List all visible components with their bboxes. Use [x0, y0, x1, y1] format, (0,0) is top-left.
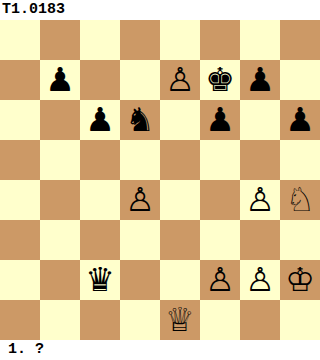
square-b7[interactable]: ♟: [40, 60, 80, 100]
square-f7[interactable]: ♚: [200, 60, 240, 100]
white-king: ♔: [285, 260, 315, 300]
white-pawn: ♙: [165, 60, 195, 100]
black-pawn: ♟: [205, 100, 235, 140]
square-f3[interactable]: [200, 220, 240, 260]
square-b1[interactable]: [40, 300, 80, 340]
square-c1[interactable]: [80, 300, 120, 340]
puzzle-id: T1.0183: [2, 0, 65, 20]
square-g3[interactable]: [240, 220, 280, 260]
white-queen: ♕: [165, 300, 195, 340]
black-pawn: ♟: [285, 100, 315, 140]
square-f1[interactable]: [200, 300, 240, 340]
square-e3[interactable]: [160, 220, 200, 260]
square-d8[interactable]: [120, 20, 160, 60]
square-a1[interactable]: [0, 300, 40, 340]
square-e6[interactable]: [160, 100, 200, 140]
square-h6[interactable]: ♟: [280, 100, 320, 140]
square-a4[interactable]: [0, 180, 40, 220]
black-knight: ♞: [125, 100, 155, 140]
square-e4[interactable]: [160, 180, 200, 220]
square-a3[interactable]: [0, 220, 40, 260]
white-pawn: ♙: [205, 260, 235, 300]
white-pawn: ♙: [245, 260, 275, 300]
square-h4[interactable]: ♘: [280, 180, 320, 220]
move-prompt: 1. ?: [8, 340, 44, 360]
square-d7[interactable]: [120, 60, 160, 100]
black-king: ♚: [205, 60, 235, 100]
square-g5[interactable]: [240, 140, 280, 180]
black-pawn: ♟: [245, 60, 275, 100]
square-e5[interactable]: [160, 140, 200, 180]
black-pawn: ♟: [85, 100, 115, 140]
chess-board: ♟♙♚♟♟♞♟♟♙♙♘♛♙♙♔♕: [0, 20, 320, 340]
square-c2[interactable]: ♛: [80, 260, 120, 300]
square-e7[interactable]: ♙: [160, 60, 200, 100]
square-e2[interactable]: [160, 260, 200, 300]
square-a5[interactable]: [0, 140, 40, 180]
square-g1[interactable]: [240, 300, 280, 340]
black-pawn: ♟: [45, 60, 75, 100]
square-a2[interactable]: [0, 260, 40, 300]
white-pawn: ♙: [245, 180, 275, 220]
square-f8[interactable]: [200, 20, 240, 60]
square-f6[interactable]: ♟: [200, 100, 240, 140]
square-b3[interactable]: [40, 220, 80, 260]
square-e1[interactable]: ♕: [160, 300, 200, 340]
square-f2[interactable]: ♙: [200, 260, 240, 300]
square-c8[interactable]: [80, 20, 120, 60]
square-g8[interactable]: [240, 20, 280, 60]
square-b5[interactable]: [40, 140, 80, 180]
square-b4[interactable]: [40, 180, 80, 220]
square-a6[interactable]: [0, 100, 40, 140]
status-bar: 1. ?: [0, 340, 320, 360]
square-a7[interactable]: [0, 60, 40, 100]
square-g2[interactable]: ♙: [240, 260, 280, 300]
white-pawn: ♙: [125, 180, 155, 220]
square-h5[interactable]: [280, 140, 320, 180]
square-c4[interactable]: [80, 180, 120, 220]
white-knight: ♘: [285, 180, 315, 220]
square-c7[interactable]: [80, 60, 120, 100]
square-c5[interactable]: [80, 140, 120, 180]
square-c3[interactable]: [80, 220, 120, 260]
title-bar: T1.0183: [0, 0, 320, 20]
square-d4[interactable]: ♙: [120, 180, 160, 220]
square-h3[interactable]: [280, 220, 320, 260]
square-d3[interactable]: [120, 220, 160, 260]
square-g7[interactable]: ♟: [240, 60, 280, 100]
square-f4[interactable]: [200, 180, 240, 220]
square-h7[interactable]: [280, 60, 320, 100]
square-h1[interactable]: [280, 300, 320, 340]
square-g4[interactable]: ♙: [240, 180, 280, 220]
square-h8[interactable]: [280, 20, 320, 60]
puzzle-page: T1.0183 ♟♙♚♟♟♞♟♟♙♙♘♛♙♙♔♕ 1. ?: [0, 0, 320, 360]
square-d2[interactable]: [120, 260, 160, 300]
square-d5[interactable]: [120, 140, 160, 180]
square-d6[interactable]: ♞: [120, 100, 160, 140]
square-d1[interactable]: [120, 300, 160, 340]
square-h2[interactable]: ♔: [280, 260, 320, 300]
square-g6[interactable]: [240, 100, 280, 140]
square-e8[interactable]: [160, 20, 200, 60]
square-f5[interactable]: [200, 140, 240, 180]
square-c6[interactable]: ♟: [80, 100, 120, 140]
black-queen: ♛: [85, 260, 115, 300]
square-b6[interactable]: [40, 100, 80, 140]
square-a8[interactable]: [0, 20, 40, 60]
square-b8[interactable]: [40, 20, 80, 60]
square-b2[interactable]: [40, 260, 80, 300]
